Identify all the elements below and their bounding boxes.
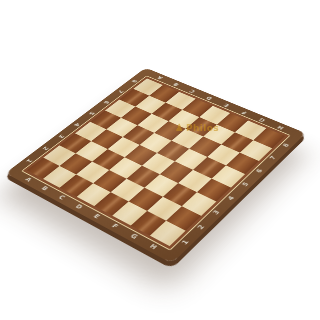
squares-grid bbox=[27, 78, 285, 245]
playing-field bbox=[21, 76, 291, 251]
chessboard-photo: ABCDEFGH ABCDEFGH 87654321 87654321 bbox=[41, 37, 273, 269]
chessboard: ABCDEFGH ABCDEFGH 87654321 87654321 bbox=[5, 68, 305, 264]
